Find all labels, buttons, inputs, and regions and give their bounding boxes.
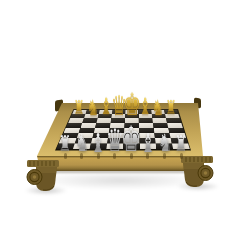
piece-reflection	[64, 153, 67, 159]
piece-reflection	[130, 153, 133, 159]
piece-reflection	[113, 153, 116, 159]
piece-reflection	[97, 153, 100, 159]
gold-knight-g8: ♞	[152, 97, 164, 118]
silver-knight-g1: ♞	[157, 131, 171, 155]
piece-reflection	[163, 153, 166, 159]
chessmen-layer: ♜♞♝♛♚♝♞♜♜♞♝♛♚♝♞♜	[0, 0, 240, 240]
piece-reflection	[180, 153, 183, 159]
silver-rook-a1: ♜	[59, 133, 72, 155]
silver-bishop-c1: ♝	[91, 130, 106, 156]
silver-rook-h1: ♜	[175, 133, 188, 155]
gold-rook-h8: ♜	[166, 98, 177, 117]
gold-knight-b8: ♞	[86, 97, 98, 118]
piece-reflection	[80, 153, 83, 159]
chess-set-product-photo: ♜♞♝♛♚♝♞♜♜♞♝♛♚♝♞♜	[0, 0, 240, 240]
silver-bishop-f1: ♝	[140, 130, 155, 156]
silver-king-e1: ♚	[121, 122, 142, 157]
gold-bishop-f8: ♝	[138, 95, 152, 118]
gold-rook-a8: ♜	[74, 98, 85, 117]
silver-knight-b1: ♞	[75, 131, 89, 155]
